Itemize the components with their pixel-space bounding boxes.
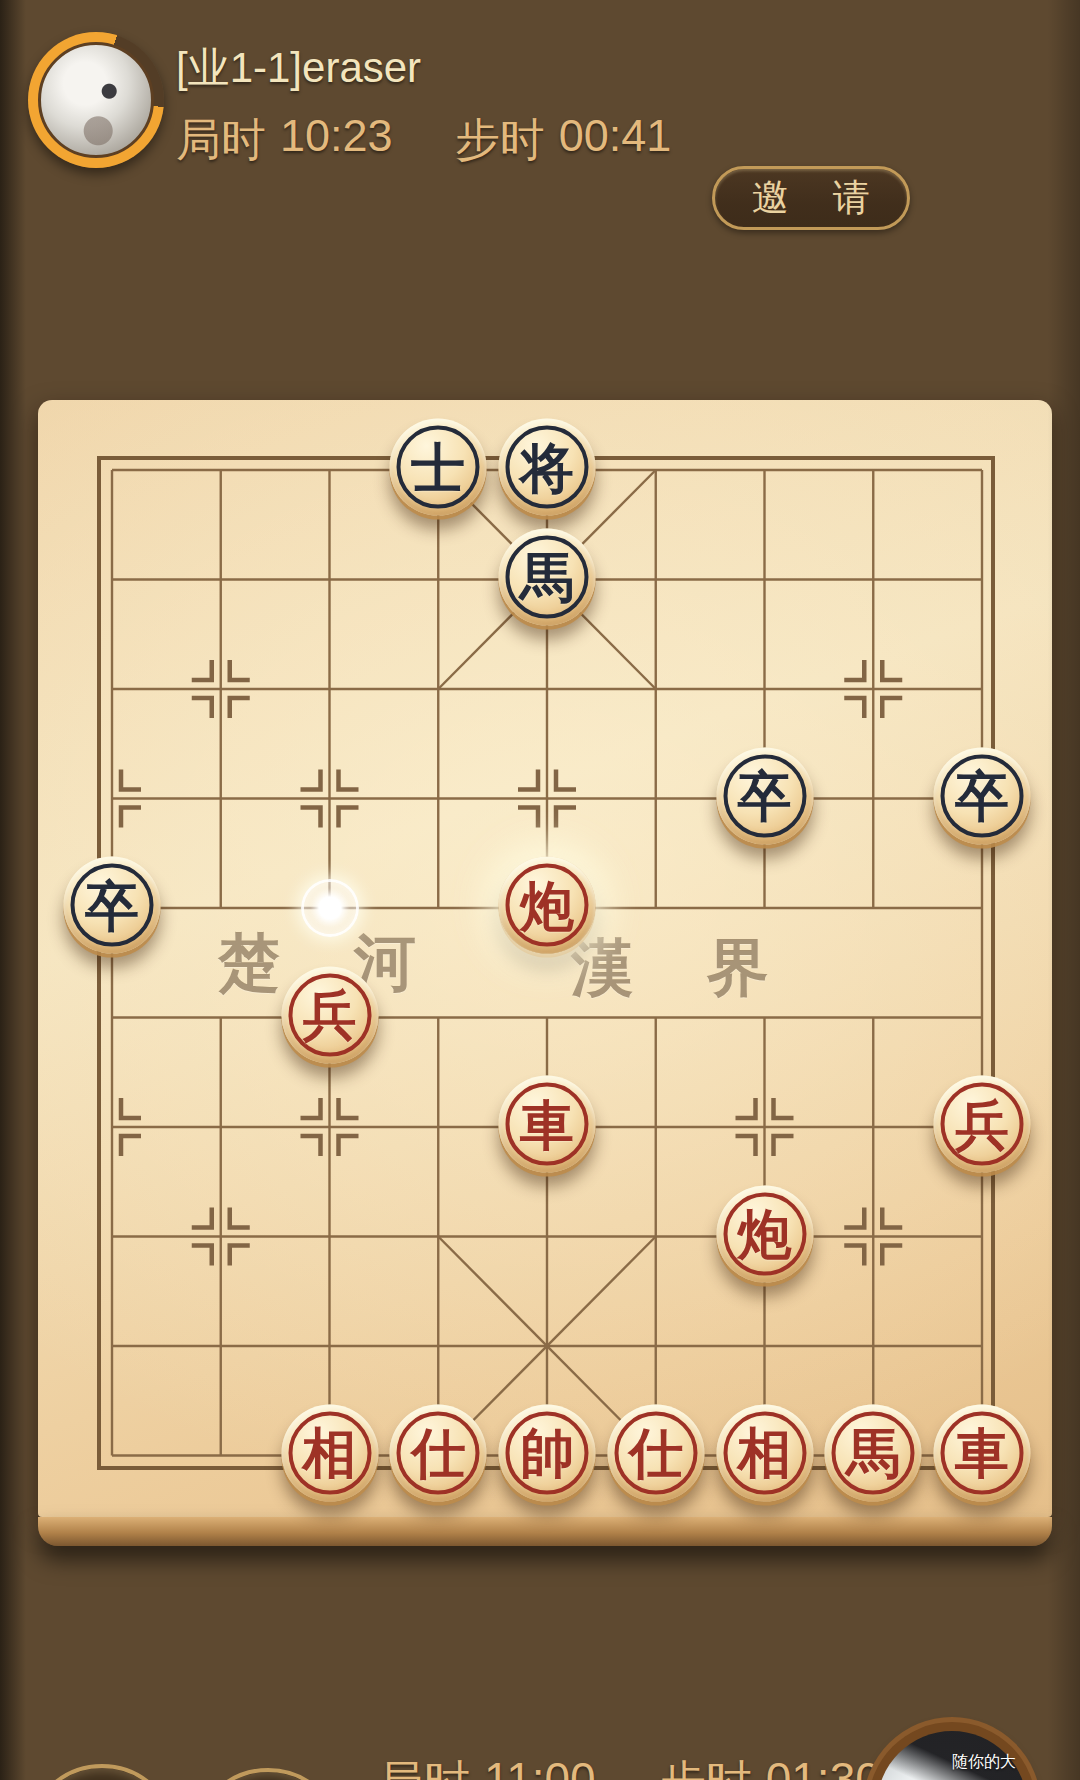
piece-black-advisor[interactable]: 士 — [390, 419, 487, 516]
piece-red-general[interactable]: 帥 — [499, 1404, 596, 1501]
top-move-time: 00:41 — [559, 110, 672, 170]
bottom-move-time-label: 步时 — [660, 1752, 752, 1780]
bottom-game-time: 11:00 — [484, 1752, 596, 1780]
piece-glyph: 卒 — [71, 864, 154, 947]
piece-red-cannon[interactable]: 炮 — [716, 1185, 813, 1282]
piece-glyph: 兵 — [288, 973, 371, 1056]
piece-red-elephant[interactable]: 相 — [716, 1404, 813, 1501]
piece-red-soldier[interactable]: 兵 — [281, 966, 378, 1063]
top-player-avatar[interactable] — [28, 32, 164, 168]
piece-glyph: 車 — [506, 1083, 589, 1166]
piece-glyph: 仕 — [614, 1411, 697, 1494]
piece-red-horse[interactable]: 馬 — [825, 1404, 922, 1501]
app-screen: { "app": { "invite_label": "邀 请" }, "pla… — [0, 0, 1080, 1780]
piece-black-horse[interactable]: 馬 — [499, 528, 596, 625]
piece-red-advisor[interactable]: 仕 — [607, 1404, 704, 1501]
top-game-time: 10:23 — [280, 110, 393, 170]
piece-glyph: 兵 — [941, 1083, 1024, 1166]
piece-black-soldier[interactable]: 卒 — [716, 747, 813, 844]
piece-red-advisor[interactable]: 仕 — [390, 1404, 487, 1501]
piece-glyph: 卒 — [723, 754, 806, 837]
piece-glyph: 将 — [506, 426, 589, 509]
piece-glyph: 相 — [723, 1411, 806, 1494]
invite-button-label: 邀 请 — [736, 173, 886, 223]
river-label-right: 漢 界 — [571, 926, 795, 1010]
piece-glyph: 卒 — [941, 754, 1024, 837]
top-move-time-label: 步时 — [455, 110, 545, 170]
piece-black-soldier[interactable]: 卒 — [934, 747, 1031, 844]
piece-red-elephant[interactable]: 相 — [281, 1404, 378, 1501]
piece-glyph: 馬 — [832, 1411, 915, 1494]
board-front-edge — [38, 1517, 1052, 1546]
piece-glyph: 馬 — [506, 535, 589, 618]
bottom-game-time-label: 局时 — [378, 1752, 470, 1780]
last-move-marker — [301, 879, 359, 937]
piece-black-general[interactable]: 将 — [499, 419, 596, 516]
piece-glyph: 士 — [397, 426, 480, 509]
bottom-move-time: 01:30 — [766, 1752, 881, 1780]
bottom-player-timers: 局时 11:00 步时 01:30 — [378, 1752, 881, 1780]
bottom-avatar-badge: 随你的大 — [952, 1752, 1016, 1773]
piece-glyph: 帥 — [506, 1411, 589, 1494]
invite-button[interactable]: 邀 请 — [712, 166, 910, 230]
piece-red-cannon[interactable]: 炮 — [499, 857, 596, 954]
piece-glyph: 炮 — [506, 864, 589, 947]
piece-red-soldier[interactable]: 兵 — [934, 1076, 1031, 1173]
top-game-time-label: 局时 — [176, 110, 266, 170]
xiangqi-board[interactable]: 楚 河 漢 界 士将馬卒卒卒炮兵車兵炮相仕帥仕相馬車 — [38, 400, 1052, 1517]
piece-red-chariot[interactable]: 車 — [499, 1076, 596, 1173]
top-player-info: [业1-1]eraser 局时 10:23 步时 00:41 — [176, 40, 671, 170]
piece-glyph: 相 — [288, 1411, 371, 1494]
bottom-action-button-1[interactable] — [26, 1764, 178, 1780]
piece-red-chariot[interactable]: 車 — [934, 1404, 1031, 1501]
top-player-avatar-photo — [38, 42, 154, 158]
piece-glyph: 車 — [941, 1411, 1024, 1494]
piece-black-soldier[interactable]: 卒 — [64, 857, 161, 954]
top-player-timers: 局时 10:23 步时 00:41 — [176, 110, 671, 170]
top-player-name: [业1-1]eraser — [176, 40, 671, 96]
piece-glyph: 仕 — [397, 1411, 480, 1494]
bottom-action-button-2[interactable] — [192, 1768, 344, 1780]
piece-glyph: 炮 — [723, 1192, 806, 1275]
